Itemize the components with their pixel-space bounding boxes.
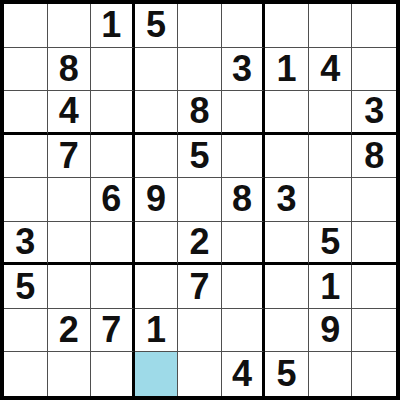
- cell-r6c5[interactable]: 2: [178, 222, 222, 266]
- cell-r6c7[interactable]: [265, 222, 309, 266]
- cell-r1c7[interactable]: [265, 4, 309, 48]
- cell-r3c4[interactable]: [135, 91, 179, 135]
- cell-r5c9[interactable]: [352, 178, 396, 222]
- cell-r4c6[interactable]: [222, 135, 266, 179]
- cell-r5c5[interactable]: [178, 178, 222, 222]
- cell-r5c3[interactable]: 6: [91, 178, 135, 222]
- cell-r6c9[interactable]: [352, 222, 396, 266]
- cell-r8c3[interactable]: 7: [91, 309, 135, 353]
- cell-r7c3[interactable]: [91, 265, 135, 309]
- cell-r1c2[interactable]: [48, 4, 92, 48]
- cell-r8c1[interactable]: [4, 309, 48, 353]
- cell-r4c5[interactable]: 5: [178, 135, 222, 179]
- cell-r7c5[interactable]: 7: [178, 265, 222, 309]
- cell-r7c8[interactable]: 1: [309, 265, 353, 309]
- cell-r5c1[interactable]: [4, 178, 48, 222]
- cell-r9c8[interactable]: [309, 352, 353, 396]
- cell-r6c2[interactable]: [48, 222, 92, 266]
- cell-r4c4[interactable]: [135, 135, 179, 179]
- cell-r5c6[interactable]: 8: [222, 178, 266, 222]
- cell-r3c5[interactable]: 8: [178, 91, 222, 135]
- cell-r2c5[interactable]: [178, 48, 222, 92]
- cell-r3c2[interactable]: 4: [48, 91, 92, 135]
- cell-r1c1[interactable]: [4, 4, 48, 48]
- cell-r4c3[interactable]: [91, 135, 135, 179]
- cell-r6c4[interactable]: [135, 222, 179, 266]
- cell-r3c6[interactable]: [222, 91, 266, 135]
- cell-r9c3[interactable]: [91, 352, 135, 396]
- cell-r4c1[interactable]: [4, 135, 48, 179]
- cell-r9c2[interactable]: [48, 352, 92, 396]
- cell-r1c4[interactable]: 5: [135, 4, 179, 48]
- cell-r1c5[interactable]: [178, 4, 222, 48]
- cell-r4c9[interactable]: 8: [352, 135, 396, 179]
- cell-r1c9[interactable]: [352, 4, 396, 48]
- cell-r3c1[interactable]: [4, 91, 48, 135]
- cell-r4c2[interactable]: 7: [48, 135, 92, 179]
- cell-r8c4[interactable]: 1: [135, 309, 179, 353]
- cell-r3c7[interactable]: [265, 91, 309, 135]
- cell-r8c7[interactable]: [265, 309, 309, 353]
- cell-r7c2[interactable]: [48, 265, 92, 309]
- cell-r6c6[interactable]: [222, 222, 266, 266]
- cell-r8c8[interactable]: 9: [309, 309, 353, 353]
- cell-r6c1[interactable]: 3: [4, 222, 48, 266]
- cell-r9c7[interactable]: 5: [265, 352, 309, 396]
- cell-r2c6[interactable]: 3: [222, 48, 266, 92]
- cell-r2c8[interactable]: 4: [309, 48, 353, 92]
- cell-r9c5[interactable]: [178, 352, 222, 396]
- cell-r6c3[interactable]: [91, 222, 135, 266]
- sudoku-board: 1583144837586983325571271945: [0, 0, 400, 400]
- cell-r5c8[interactable]: [309, 178, 353, 222]
- cell-r3c3[interactable]: [91, 91, 135, 135]
- cell-r4c7[interactable]: [265, 135, 309, 179]
- cell-r7c7[interactable]: [265, 265, 309, 309]
- cell-r8c5[interactable]: [178, 309, 222, 353]
- cell-r1c8[interactable]: [309, 4, 353, 48]
- cell-r7c9[interactable]: [352, 265, 396, 309]
- cell-r1c6[interactable]: [222, 4, 266, 48]
- cell-r7c1[interactable]: 5: [4, 265, 48, 309]
- cell-r1c3[interactable]: 1: [91, 4, 135, 48]
- cell-r2c1[interactable]: [4, 48, 48, 92]
- cell-r2c7[interactable]: 1: [265, 48, 309, 92]
- cell-r2c9[interactable]: [352, 48, 396, 92]
- cell-r7c4[interactable]: [135, 265, 179, 309]
- cell-r4c8[interactable]: [309, 135, 353, 179]
- cell-r5c4[interactable]: 9: [135, 178, 179, 222]
- cell-r2c4[interactable]: [135, 48, 179, 92]
- cell-r8c9[interactable]: [352, 309, 396, 353]
- cell-r2c3[interactable]: [91, 48, 135, 92]
- cell-r7c6[interactable]: [222, 265, 266, 309]
- cell-r9c1[interactable]: [4, 352, 48, 396]
- cell-r9c6[interactable]: 4: [222, 352, 266, 396]
- cell-r3c9[interactable]: 3: [352, 91, 396, 135]
- cell-r8c6[interactable]: [222, 309, 266, 353]
- cell-r2c2[interactable]: 8: [48, 48, 92, 92]
- cell-r9c9[interactable]: [352, 352, 396, 396]
- cell-r5c2[interactable]: [48, 178, 92, 222]
- cell-r3c8[interactable]: [309, 91, 353, 135]
- selected-cell-r9c4[interactable]: [135, 352, 179, 396]
- cell-r8c2[interactable]: 2: [48, 309, 92, 353]
- cell-r5c7[interactable]: 3: [265, 178, 309, 222]
- sudoku-app: 1583144837586983325571271945: [0, 0, 400, 400]
- cell-r6c8[interactable]: 5: [309, 222, 353, 266]
